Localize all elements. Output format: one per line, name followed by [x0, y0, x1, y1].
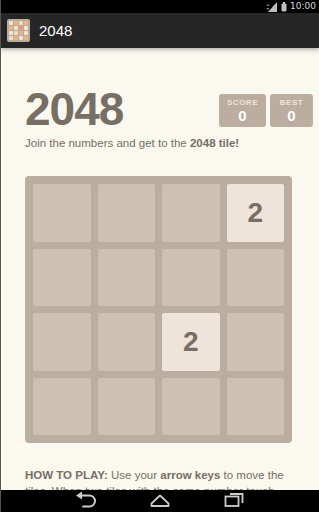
clock-text: 10:00: [290, 0, 316, 13]
board-cell: [227, 249, 285, 307]
board-cell: [98, 313, 156, 371]
board-cell: [98, 378, 156, 436]
score-value: 0: [238, 108, 246, 124]
best-label: BEST: [280, 98, 303, 108]
home-button[interactable]: [149, 493, 171, 510]
content: 2048 SCORE 0 BEST 0 Join the numbers and…: [1, 48, 319, 490]
app-icon: [7, 19, 30, 42]
board[interactable]: 22: [25, 176, 292, 443]
app-bar: 2048: [1, 13, 319, 48]
home-icon: [148, 490, 172, 512]
header-row: 2048 SCORE 0 BEST 0: [25, 90, 313, 128]
board-cell: [162, 184, 220, 242]
board-cell: [33, 313, 91, 371]
status-bar: 10:00: [1, 0, 319, 13]
subtitle: Join the numbers and get to the 2048 til…: [25, 137, 295, 149]
board-cell: [98, 184, 156, 242]
tile-2: 2: [162, 313, 220, 371]
board-cell: [33, 184, 91, 242]
board-cell: [162, 249, 220, 307]
app-bar-title: 2048: [39, 22, 72, 39]
back-button[interactable]: [75, 493, 97, 510]
score-panel: SCORE 0 BEST 0: [219, 94, 313, 127]
instructions-part: HOW TO PLAY:: [25, 469, 108, 481]
board-cell: [162, 378, 220, 436]
recents-button[interactable]: [223, 493, 245, 510]
back-icon: [74, 490, 98, 512]
board-cell: [98, 249, 156, 307]
board-cell: [227, 313, 285, 371]
recents-icon: [222, 490, 246, 512]
instructions-part: arrow keys: [160, 469, 220, 481]
nav-bar: [1, 490, 319, 512]
score-label: SCORE: [227, 98, 258, 108]
board-cell: [227, 378, 285, 436]
subtitle-bold-text: 2048 tile!: [190, 137, 239, 149]
screen: 10:00 2048 2048 SCORE 0 BEST 0 Join the …: [1, 0, 319, 512]
subtitle-text: Join the numbers and get to the: [25, 137, 190, 149]
page-title: 2048: [25, 90, 123, 128]
best-value: 0: [287, 108, 295, 124]
score-box: SCORE 0: [219, 94, 266, 127]
instructions-part: Use your: [108, 469, 160, 481]
board-cell: [33, 378, 91, 436]
board-cell: [33, 249, 91, 307]
best-box: BEST 0: [270, 94, 313, 127]
tile-2: 2: [227, 184, 285, 242]
